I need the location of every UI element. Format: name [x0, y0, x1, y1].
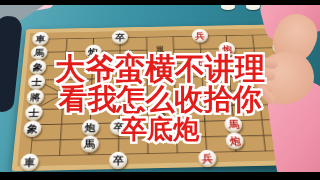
letterbox-top	[0, 0, 320, 5]
video-frame: 汉界 楚河 車馬象士將士象車炮炮馬卒卒卒卒卒兵兵兵兵兵炮馬炮車馬相仕帥仕相車 大…	[0, 0, 320, 180]
video-caption: 大爷蛮横不讲理 看我怎么收拾你 卒底炮	[0, 54, 320, 142]
piece-black-卒: 卒	[112, 31, 128, 45]
piece-black-車: 車	[32, 32, 49, 46]
piece-black-車: 車	[20, 154, 39, 172]
caption-line-3: 卒底炮	[0, 116, 320, 142]
piece-red-兵: 兵	[191, 29, 208, 43]
piece-black-卒: 卒	[109, 152, 127, 170]
letterbox-bottom	[0, 172, 320, 180]
piece-red-兵: 兵	[198, 150, 217, 168]
caption-line-2: 看我怎么收拾你	[0, 85, 320, 114]
caption-line-1: 大爷蛮横不讲理	[0, 54, 320, 84]
